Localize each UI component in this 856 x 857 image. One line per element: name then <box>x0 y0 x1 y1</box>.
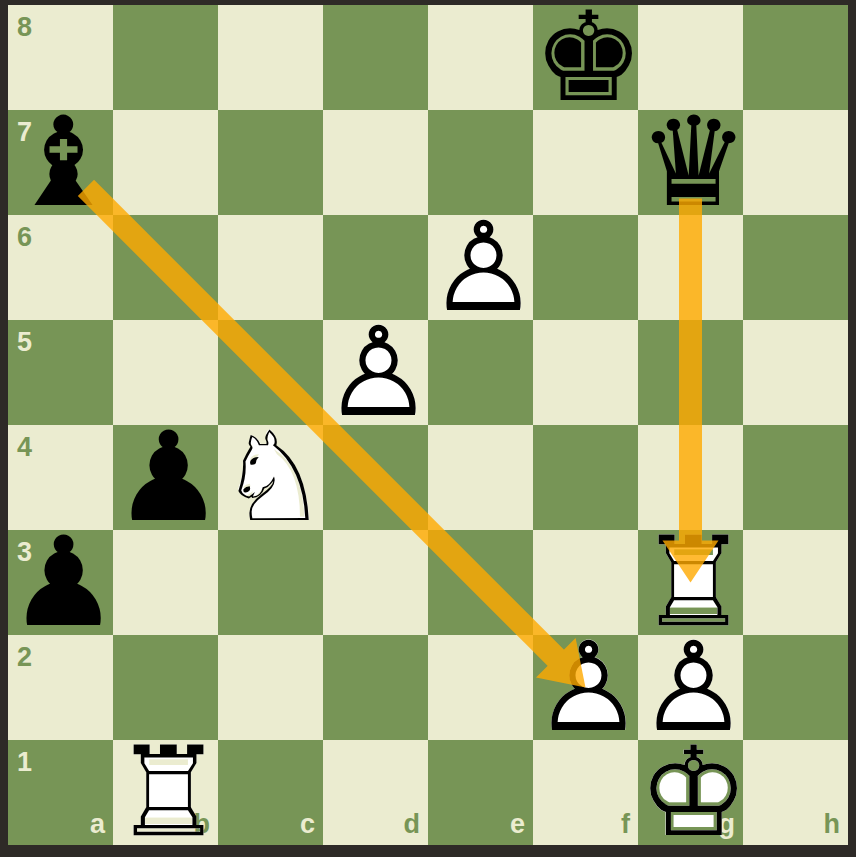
white-rook-body: ♜ <box>638 530 743 635</box>
square-b4[interactable]: ♟ <box>113 425 218 530</box>
square-g5[interactable] <box>638 320 743 425</box>
file-label-f: f <box>621 811 630 838</box>
square-e2[interactable] <box>428 635 533 740</box>
square-b8[interactable] <box>113 5 218 110</box>
white-pawn-outline: ♙ <box>638 635 743 740</box>
piece-white-knight[interactable]: ♞♘ <box>218 425 323 530</box>
square-d8[interactable] <box>323 5 428 110</box>
rank-label-1: 1 <box>17 749 32 776</box>
square-c6[interactable] <box>218 215 323 320</box>
black-king-body: ♚ <box>533 5 638 110</box>
square-c5[interactable] <box>218 320 323 425</box>
chess-app-screen: 8♚7♝♛6♟♙5♟♙4♟♞♘3♟♜♖2♟♙♟♙1ab♜♖cdefg♚♔h <box>0 0 856 857</box>
square-e3[interactable] <box>428 530 533 635</box>
white-king-outline: ♔ <box>638 740 743 845</box>
square-h6[interactable] <box>743 215 848 320</box>
square-g8[interactable] <box>638 5 743 110</box>
square-b1[interactable]: b♜♖ <box>113 740 218 845</box>
piece-black-queen[interactable]: ♛ <box>638 110 743 215</box>
piece-white-rook[interactable]: ♜♖ <box>638 530 743 635</box>
square-f7[interactable] <box>533 110 638 215</box>
file-label-d: d <box>404 811 421 838</box>
square-e5[interactable] <box>428 320 533 425</box>
piece-white-pawn[interactable]: ♟♙ <box>533 635 638 740</box>
square-g4[interactable] <box>638 425 743 530</box>
square-b6[interactable] <box>113 215 218 320</box>
white-rook-body: ♜ <box>113 740 218 845</box>
square-d5[interactable]: ♟♙ <box>323 320 428 425</box>
square-e6[interactable]: ♟♙ <box>428 215 533 320</box>
square-f6[interactable] <box>533 215 638 320</box>
square-d4[interactable] <box>323 425 428 530</box>
black-bishop-body: ♝ <box>8 110 113 215</box>
square-e4[interactable] <box>428 425 533 530</box>
square-f8[interactable]: ♚ <box>533 5 638 110</box>
square-a7[interactable]: 7♝ <box>8 110 113 215</box>
square-h8[interactable] <box>743 5 848 110</box>
square-a1[interactable]: 1a <box>8 740 113 845</box>
white-pawn-outline: ♙ <box>533 635 638 740</box>
white-pawn-body: ♟ <box>533 635 638 740</box>
white-pawn-body: ♟ <box>323 320 428 425</box>
piece-white-rook[interactable]: ♜♖ <box>113 740 218 845</box>
square-b2[interactable] <box>113 635 218 740</box>
square-d6[interactable] <box>323 215 428 320</box>
square-d3[interactable] <box>323 530 428 635</box>
square-d1[interactable]: d <box>323 740 428 845</box>
square-a2[interactable]: 2 <box>8 635 113 740</box>
square-h7[interactable] <box>743 110 848 215</box>
white-rook-outline: ♖ <box>638 530 743 635</box>
square-b3[interactable] <box>113 530 218 635</box>
square-e1[interactable]: e <box>428 740 533 845</box>
piece-white-pawn[interactable]: ♟♙ <box>428 215 533 320</box>
black-queen-body: ♛ <box>638 110 743 215</box>
square-e8[interactable] <box>428 5 533 110</box>
white-knight-body: ♞ <box>218 425 323 530</box>
square-a4[interactable]: 4 <box>8 425 113 530</box>
square-g7[interactable]: ♛ <box>638 110 743 215</box>
square-h4[interactable] <box>743 425 848 530</box>
piece-black-king[interactable]: ♚ <box>533 5 638 110</box>
white-pawn-outline: ♙ <box>323 320 428 425</box>
square-c1[interactable]: c <box>218 740 323 845</box>
square-c8[interactable] <box>218 5 323 110</box>
file-label-c: c <box>300 811 315 838</box>
square-c7[interactable] <box>218 110 323 215</box>
square-e7[interactable] <box>428 110 533 215</box>
square-a5[interactable]: 5 <box>8 320 113 425</box>
file-label-h: h <box>824 811 841 838</box>
square-c3[interactable] <box>218 530 323 635</box>
file-label-a: a <box>90 811 105 838</box>
piece-black-bishop[interactable]: ♝ <box>8 110 113 215</box>
white-king-body: ♚ <box>638 740 743 845</box>
piece-white-king[interactable]: ♚♔ <box>638 740 743 845</box>
square-f2[interactable]: ♟♙ <box>533 635 638 740</box>
file-label-e: e <box>510 811 525 838</box>
square-c2[interactable] <box>218 635 323 740</box>
rank-label-8: 8 <box>17 14 32 41</box>
square-a8[interactable]: 8 <box>8 5 113 110</box>
square-g1[interactable]: g♚♔ <box>638 740 743 845</box>
square-f3[interactable] <box>533 530 638 635</box>
square-h3[interactable] <box>743 530 848 635</box>
square-a3[interactable]: 3♟ <box>8 530 113 635</box>
white-pawn-body: ♟ <box>638 635 743 740</box>
chess-board[interactable]: 8♚7♝♛6♟♙5♟♙4♟♞♘3♟♜♖2♟♙♟♙1ab♜♖cdefg♚♔h <box>8 5 848 845</box>
square-a6[interactable]: 6 <box>8 215 113 320</box>
black-pawn-body: ♟ <box>8 530 113 635</box>
piece-white-pawn[interactable]: ♟♙ <box>323 320 428 425</box>
white-pawn-body: ♟ <box>428 215 533 320</box>
white-rook-outline: ♖ <box>113 740 218 845</box>
white-knight-outline: ♘ <box>218 425 323 530</box>
rank-label-2: 2 <box>17 644 32 671</box>
piece-black-pawn[interactable]: ♟ <box>8 530 113 635</box>
square-h5[interactable] <box>743 320 848 425</box>
square-c4[interactable]: ♞♘ <box>218 425 323 530</box>
piece-black-pawn[interactable]: ♟ <box>113 425 218 530</box>
rank-label-4: 4 <box>17 434 32 461</box>
rank-label-6: 6 <box>17 224 32 251</box>
square-d7[interactable] <box>323 110 428 215</box>
square-g3[interactable]: ♜♖ <box>638 530 743 635</box>
square-f4[interactable] <box>533 425 638 530</box>
square-d2[interactable] <box>323 635 428 740</box>
square-f5[interactable] <box>533 320 638 425</box>
square-b5[interactable] <box>113 320 218 425</box>
white-pawn-outline: ♙ <box>428 215 533 320</box>
square-g2[interactable]: ♟♙ <box>638 635 743 740</box>
square-h1[interactable]: h <box>743 740 848 845</box>
square-g6[interactable] <box>638 215 743 320</box>
rank-label-5: 5 <box>17 329 32 356</box>
piece-white-pawn[interactable]: ♟♙ <box>638 635 743 740</box>
square-b7[interactable] <box>113 110 218 215</box>
square-f1[interactable]: f <box>533 740 638 845</box>
square-h2[interactable] <box>743 635 848 740</box>
black-pawn-body: ♟ <box>113 425 218 530</box>
